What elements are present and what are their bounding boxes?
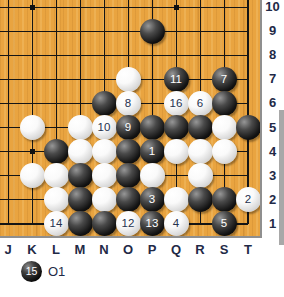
intersection-N8[interactable] (92, 43, 116, 67)
intersection-R1[interactable] (188, 212, 212, 236)
intersection-K5[interactable] (20, 115, 44, 139)
intersection-T6[interactable] (236, 91, 260, 115)
intersection-N3[interactable] (92, 164, 116, 188)
intersection-P1[interactable]: 13 (140, 212, 164, 236)
stone-white-O1: 12 (116, 211, 141, 236)
intersection-K3[interactable] (20, 164, 44, 188)
stone-black-P5 (140, 115, 165, 140)
intersection-S5[interactable] (212, 115, 236, 139)
intersection-O10[interactable] (116, 0, 140, 19)
intersection-Q10[interactable] (164, 0, 188, 19)
intersection-P4[interactable]: 1 (140, 140, 164, 164)
scrollbar-thumb[interactable] (279, 110, 284, 245)
intersection-Q6[interactable]: 16 (164, 91, 188, 115)
stone-black-M1 (68, 211, 93, 236)
row-label-10: 10 (262, 0, 283, 15)
board-grid: 117816610913214121345 (0, 0, 260, 236)
intersection-S10[interactable] (212, 0, 236, 19)
stone-white-P3 (140, 163, 165, 188)
caption-move-number: 15 (26, 266, 38, 277)
intersection-S9[interactable] (212, 19, 236, 43)
stone-white-M4 (68, 139, 93, 164)
intersection-K2[interactable] (20, 188, 44, 212)
intersection-S7[interactable]: 7 (212, 67, 236, 91)
intersection-J4[interactable] (0, 140, 20, 164)
stone-white-L3 (44, 163, 69, 188)
intersection-R10[interactable] (188, 0, 212, 19)
intersection-N9[interactable] (92, 19, 116, 43)
stone-white-R6: 6 (188, 91, 213, 116)
stone-black-S2 (212, 187, 237, 212)
stone-black-O2 (116, 187, 141, 212)
stone-black-N6 (92, 91, 117, 116)
intersection-J3[interactable] (0, 164, 20, 188)
intersection-J7[interactable] (0, 67, 20, 91)
stone-white-R3 (188, 163, 213, 188)
intersection-L4[interactable] (44, 140, 68, 164)
intersection-M8[interactable] (68, 43, 92, 67)
stone-white-R4 (188, 139, 213, 164)
stone-white-M5 (68, 115, 93, 140)
stone-white-Q2 (164, 187, 189, 212)
intersection-M3[interactable] (68, 164, 92, 188)
stone-white-N4 (92, 139, 117, 164)
intersection-O2[interactable] (116, 188, 140, 212)
column-label-T: T (236, 242, 260, 257)
stone-black-R2 (188, 187, 213, 212)
intersection-M1[interactable] (68, 212, 92, 236)
intersection-S8[interactable] (212, 43, 236, 67)
stone-black-L4 (44, 139, 69, 164)
stone-black-S6 (212, 91, 237, 116)
intersection-M7[interactable] (68, 67, 92, 91)
intersection-K9[interactable] (20, 19, 44, 43)
stone-black-O4 (116, 139, 141, 164)
intersection-R9[interactable] (188, 19, 212, 43)
column-label-Q: Q (164, 242, 188, 257)
intersection-J9[interactable] (0, 19, 20, 43)
intersection-S4[interactable] (212, 140, 236, 164)
row-label-9: 9 (262, 23, 283, 39)
intersection-P7[interactable] (140, 67, 164, 91)
intersection-J1[interactable] (0, 212, 20, 236)
intersection-T2[interactable]: 2 (236, 188, 260, 212)
intersection-Q1[interactable]: 4 (164, 212, 188, 236)
stone-white-K3 (20, 163, 45, 188)
stone-white-L2 (44, 187, 69, 212)
intersection-S2[interactable] (212, 188, 236, 212)
intersection-L1[interactable]: 14 (44, 212, 68, 236)
intersection-Q2[interactable] (164, 188, 188, 212)
stone-black-P1: 13 (140, 211, 165, 236)
stone-white-O6: 8 (116, 91, 141, 116)
intersection-T4[interactable] (236, 140, 260, 164)
column-coordinate-labels: JKLMNOPQRST (0, 242, 262, 258)
stone-black-R5 (188, 115, 213, 140)
caption-black-stone-icon: 15 (21, 261, 42, 282)
stone-black-P9 (140, 19, 165, 44)
intersection-L9[interactable] (44, 19, 68, 43)
star-point-K10 (30, 5, 35, 10)
intersection-P9[interactable] (140, 19, 164, 43)
stone-black-P4: 1 (140, 139, 165, 164)
row-label-6: 6 (262, 95, 283, 111)
intersection-O3[interactable] (116, 164, 140, 188)
intersection-J6[interactable] (0, 91, 20, 115)
stone-white-Q6: 16 (164, 91, 189, 116)
intersection-L5[interactable] (44, 115, 68, 139)
intersection-J10[interactable] (0, 0, 20, 19)
intersection-R6[interactable]: 6 (188, 91, 212, 115)
stone-black-Q7: 11 (164, 67, 189, 92)
intersection-K4[interactable] (20, 140, 44, 164)
intersection-T5[interactable] (236, 115, 260, 139)
column-label-L: L (44, 242, 68, 257)
star-point-Q10 (174, 5, 179, 10)
stone-white-T2: 2 (236, 187, 261, 212)
move-annotation: 15 O1 (21, 260, 65, 282)
intersection-M10[interactable] (68, 0, 92, 19)
intersection-L8[interactable] (44, 43, 68, 67)
intersection-M4[interactable] (68, 140, 92, 164)
stone-black-P2: 3 (140, 187, 165, 212)
intersection-O8[interactable] (116, 43, 140, 67)
intersection-Q4[interactable] (164, 140, 188, 164)
intersection-M5[interactable] (68, 115, 92, 139)
intersection-Q3[interactable] (164, 164, 188, 188)
intersection-M6[interactable] (68, 91, 92, 115)
intersection-P5[interactable] (140, 115, 164, 139)
intersection-T9[interactable] (236, 19, 260, 43)
stone-black-S7: 7 (212, 67, 237, 92)
intersection-N10[interactable] (92, 0, 116, 19)
stone-white-N2 (92, 187, 117, 212)
intersection-J5[interactable] (0, 115, 20, 139)
column-label-S: S (212, 242, 236, 257)
stone-black-M2 (68, 187, 93, 212)
caption-location: O1 (48, 264, 65, 279)
column-label-N: N (92, 242, 116, 257)
intersection-O5[interactable]: 9 (116, 115, 140, 139)
intersection-L7[interactable] (44, 67, 68, 91)
intersection-S6[interactable] (212, 91, 236, 115)
stone-black-O3 (116, 163, 141, 188)
stone-white-S5 (212, 115, 237, 140)
intersection-P10[interactable] (140, 0, 164, 19)
intersection-L10[interactable] (44, 0, 68, 19)
intersection-P3[interactable] (140, 164, 164, 188)
intersection-M2[interactable] (68, 188, 92, 212)
intersection-M9[interactable] (68, 19, 92, 43)
intersection-J8[interactable] (0, 43, 20, 67)
stone-black-O5: 9 (116, 115, 141, 140)
intersection-T7[interactable] (236, 67, 260, 91)
intersection-P2[interactable]: 3 (140, 188, 164, 212)
intersection-K8[interactable] (20, 43, 44, 67)
stone-black-N1 (92, 211, 117, 236)
column-label-O: O (116, 242, 140, 257)
intersection-T1[interactable] (236, 212, 260, 236)
intersection-L6[interactable] (44, 91, 68, 115)
stone-white-Q4 (164, 139, 189, 164)
stone-white-O7 (116, 67, 141, 92)
go-board: 117816610913214121345 (0, 0, 262, 238)
intersection-R8[interactable] (188, 43, 212, 67)
intersection-R3[interactable] (188, 164, 212, 188)
intersection-T3[interactable] (236, 164, 260, 188)
intersection-R7[interactable] (188, 67, 212, 91)
intersection-N1[interactable] (92, 212, 116, 236)
row-label-7: 7 (262, 71, 283, 87)
intersection-N6[interactable] (92, 91, 116, 115)
stone-black-M3 (68, 163, 93, 188)
intersection-O7[interactable] (116, 67, 140, 91)
stone-white-S4 (212, 139, 237, 164)
stone-white-L1: 14 (44, 211, 69, 236)
star-point-K4 (30, 149, 35, 154)
intersection-P6[interactable] (140, 91, 164, 115)
intersection-R4[interactable] (188, 140, 212, 164)
intersection-K10[interactable] (20, 0, 44, 19)
intersection-N5[interactable]: 10 (92, 115, 116, 139)
intersection-L3[interactable] (44, 164, 68, 188)
intersection-T10[interactable] (236, 0, 260, 19)
intersection-N7[interactable] (92, 67, 116, 91)
intersection-J2[interactable] (0, 188, 20, 212)
intersection-Q9[interactable] (164, 19, 188, 43)
intersection-O1[interactable]: 12 (116, 212, 140, 236)
intersection-S1[interactable]: 5 (212, 212, 236, 236)
intersection-R5[interactable] (188, 115, 212, 139)
intersection-L2[interactable] (44, 188, 68, 212)
column-label-R: R (188, 242, 212, 257)
go-problem-diagram: 117816610913214121345 10987654321 JKLMNO… (0, 0, 284, 297)
row-label-8: 8 (262, 47, 283, 63)
intersection-O6[interactable]: 8 (116, 91, 140, 115)
intersection-Q8[interactable] (164, 43, 188, 67)
intersection-R2[interactable] (188, 188, 212, 212)
intersection-K6[interactable] (20, 91, 44, 115)
intersection-N4[interactable] (92, 140, 116, 164)
intersection-O4[interactable] (116, 140, 140, 164)
intersection-P8[interactable] (140, 43, 164, 67)
intersection-T8[interactable] (236, 43, 260, 67)
stone-black-Q5 (164, 115, 189, 140)
stone-white-N5: 10 (92, 115, 117, 140)
column-label-K: K (20, 242, 44, 257)
intersection-N2[interactable] (92, 188, 116, 212)
stone-white-N3 (92, 163, 117, 188)
column-label-M: M (68, 242, 92, 257)
intersection-O9[interactable] (116, 19, 140, 43)
intersection-Q5[interactable] (164, 115, 188, 139)
intersection-K7[interactable] (20, 67, 44, 91)
column-label-P: P (140, 242, 164, 257)
intersection-Q7[interactable]: 11 (164, 67, 188, 91)
stone-black-T5 (236, 115, 261, 140)
stone-white-Q1: 4 (164, 211, 189, 236)
intersection-K1[interactable] (20, 212, 44, 236)
stone-white-K5 (20, 115, 45, 140)
column-label-J: J (0, 242, 20, 257)
stone-black-S1: 5 (212, 211, 237, 236)
intersection-S3[interactable] (212, 164, 236, 188)
